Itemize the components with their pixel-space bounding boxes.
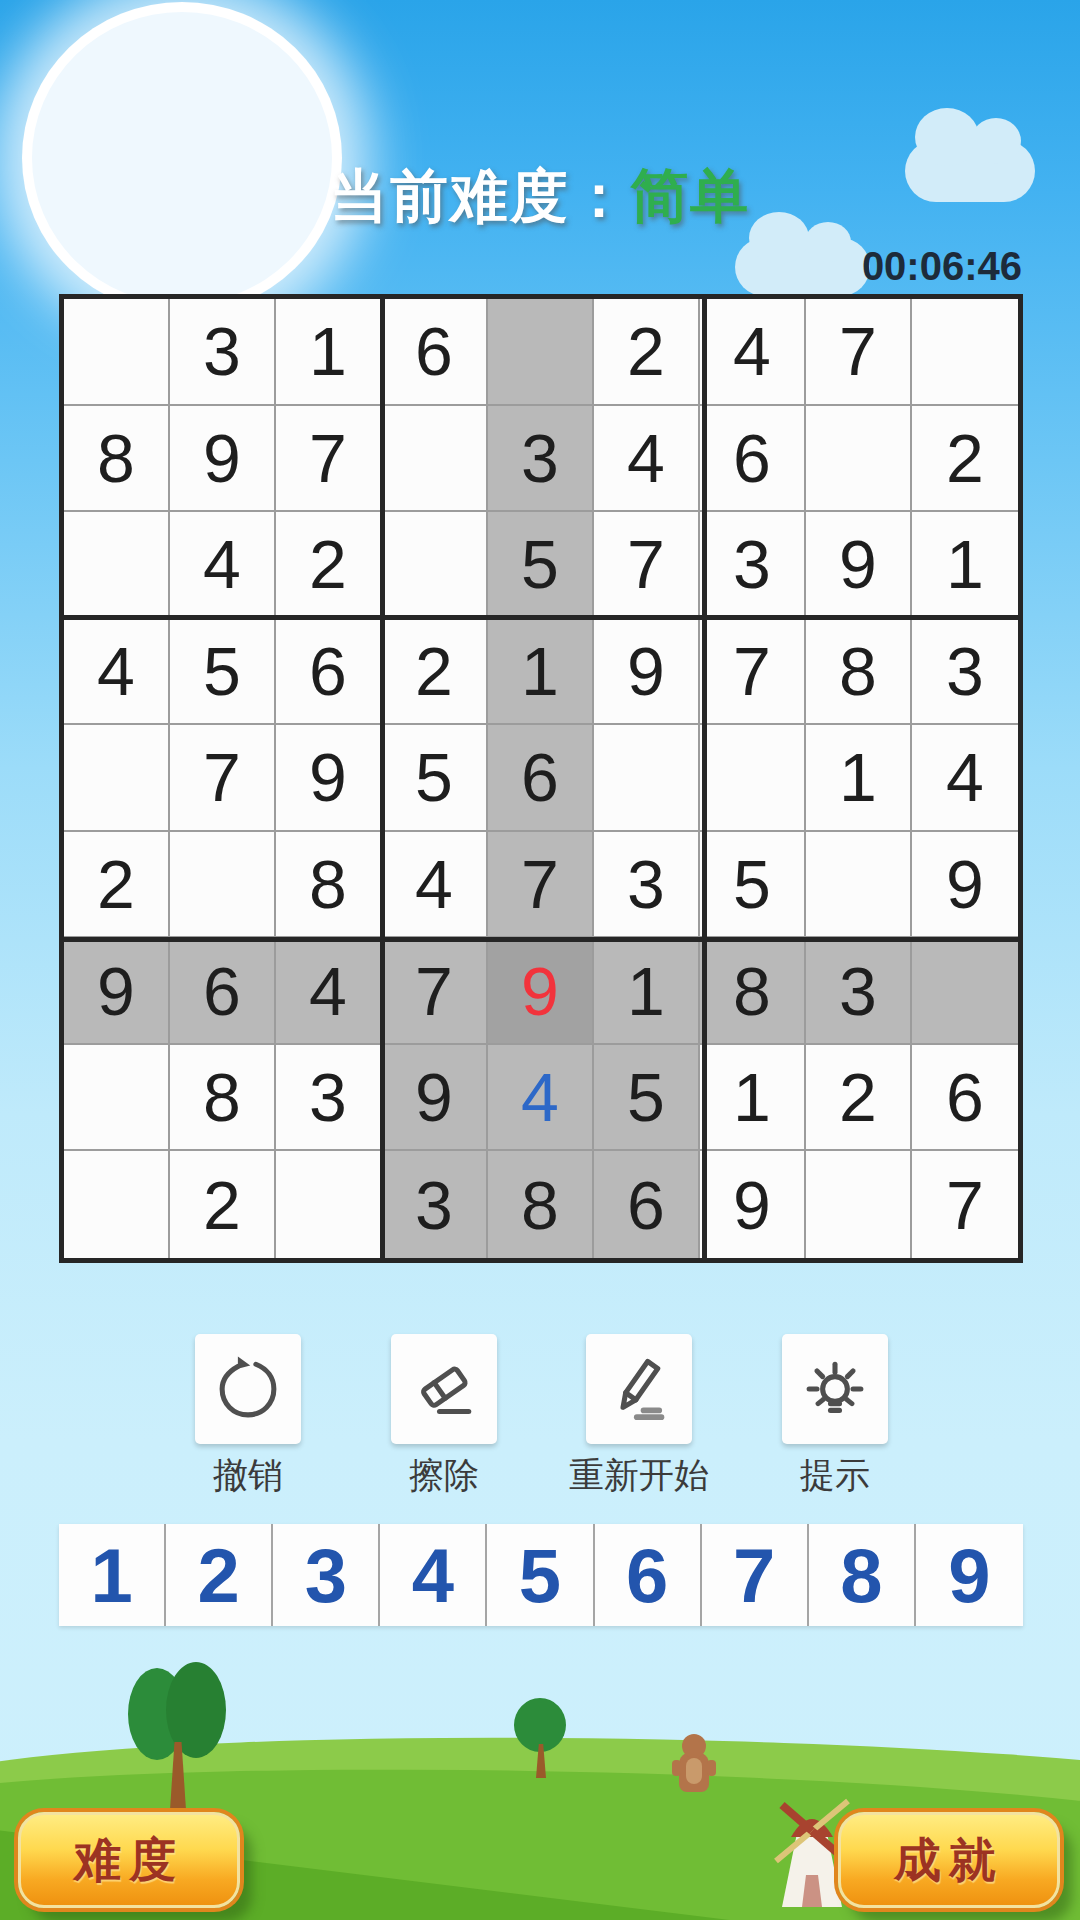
difficulty-button[interactable]: 难度 [18,1812,240,1908]
cell-r8c3[interactable]: 3 [276,1045,382,1152]
cell-r9c8[interactable] [806,1151,912,1258]
cell-r3c5[interactable]: 5 [488,512,594,619]
erase-button[interactable]: 擦除 [388,1334,500,1499]
cell-r7c6[interactable]: 1 [594,938,700,1045]
numpad-key-4[interactable]: 4 [380,1524,487,1626]
cell-r3c2[interactable]: 4 [170,512,276,619]
cell-r8c4[interactable]: 9 [382,1045,488,1152]
cell-r6c3[interactable]: 8 [276,832,382,939]
cell-r6c7[interactable]: 5 [700,832,806,939]
numpad-key-9[interactable]: 9 [916,1524,1023,1626]
cell-r3c6[interactable]: 7 [594,512,700,619]
achievement-button[interactable]: 成就 [838,1812,1060,1908]
sudoku-grid: 3162478973462425739145621978379561428473… [59,294,1023,1263]
cell-r2c1[interactable]: 8 [64,406,170,513]
cell-r1c7[interactable]: 4 [700,299,806,406]
cell-r5c1[interactable] [64,725,170,832]
cell-r3c7[interactable]: 3 [700,512,806,619]
cell-r9c6[interactable]: 6 [594,1151,700,1258]
cell-r3c4[interactable] [382,512,488,619]
cell-r7c3[interactable]: 4 [276,938,382,1045]
cell-r6c2[interactable] [170,832,276,939]
restart-label: 重新开始 [569,1452,709,1499]
cell-r5c4[interactable]: 5 [382,725,488,832]
cell-r9c4[interactable]: 3 [382,1151,488,1258]
cell-r4c5[interactable]: 1 [488,619,594,726]
cell-r5c8[interactable]: 1 [806,725,912,832]
big-tree [128,1662,228,1810]
cell-r1c8[interactable]: 7 [806,299,912,406]
numpad-key-6[interactable]: 6 [595,1524,702,1626]
cell-r2c6[interactable]: 4 [594,406,700,513]
undo-label: 撤销 [213,1452,283,1499]
cell-r8c6[interactable]: 5 [594,1045,700,1152]
cell-r8c5[interactable]: 4 [488,1045,594,1152]
cell-r6c4[interactable]: 4 [382,832,488,939]
box-divider [702,299,707,1258]
cell-r2c9[interactable]: 2 [912,406,1018,513]
undo-icon[interactable] [195,1334,301,1444]
cell-r1c1[interactable] [64,299,170,406]
cell-r4c1[interactable]: 4 [64,619,170,726]
cell-r5c9[interactable]: 4 [912,725,1018,832]
cell-r8c2[interactable]: 8 [170,1045,276,1152]
cell-r2c3[interactable]: 7 [276,406,382,513]
cell-r4c9[interactable]: 3 [912,619,1018,726]
numpad-key-3[interactable]: 3 [273,1524,380,1626]
cell-r4c7[interactable]: 7 [700,619,806,726]
box-divider [64,937,1018,942]
restart-button[interactable]: 重新开始 [583,1334,695,1499]
cell-r6c1[interactable]: 2 [64,832,170,939]
cell-r2c7[interactable]: 6 [700,406,806,513]
cell-r5c3[interactable]: 9 [276,725,382,832]
cell-r5c2[interactable]: 7 [170,725,276,832]
hint-label: 提示 [800,1452,870,1499]
cell-r3c3[interactable]: 2 [276,512,382,619]
eraser-icon[interactable] [391,1334,497,1444]
cell-r8c1[interactable] [64,1045,170,1152]
cell-r4c4[interactable]: 2 [382,619,488,726]
cell-r8c9[interactable]: 6 [912,1045,1018,1152]
cell-r9c2[interactable]: 2 [170,1151,276,1258]
cell-r3c8[interactable]: 9 [806,512,912,619]
cell-r2c5[interactable]: 3 [488,406,594,513]
cell-r5c5[interactable]: 6 [488,725,594,832]
cell-r7c9[interactable] [912,938,1018,1045]
numpad-key-2[interactable]: 2 [166,1524,273,1626]
cell-r7c1[interactable]: 9 [64,938,170,1045]
cell-r2c2[interactable]: 9 [170,406,276,513]
cell-r9c1[interactable] [64,1151,170,1258]
cell-r4c6[interactable]: 9 [594,619,700,726]
cell-r7c2[interactable]: 6 [170,938,276,1045]
marmot [672,1734,716,1792]
cell-r5c7[interactable] [700,725,806,832]
cell-r7c8[interactable]: 3 [806,938,912,1045]
cell-r8c8[interactable]: 2 [806,1045,912,1152]
cell-r7c5[interactable]: 9 [488,938,594,1045]
cell-r9c7[interactable]: 9 [700,1151,806,1258]
cell-r4c8[interactable]: 8 [806,619,912,726]
cell-r6c8[interactable] [806,832,912,939]
cell-r7c4[interactable]: 7 [382,938,488,1045]
timer: 00:06:46 [862,244,1022,289]
cloud [735,238,870,296]
cell-r4c2[interactable]: 5 [170,619,276,726]
cell-r1c6[interactable]: 2 [594,299,700,406]
cell-r4c3[interactable]: 6 [276,619,382,726]
cell-r1c2[interactable]: 3 [170,299,276,406]
undo-button[interactable]: 撤销 [192,1334,304,1499]
cell-r8c7[interactable]: 1 [700,1045,806,1152]
cell-r6c6[interactable]: 3 [594,832,700,939]
hint-button[interactable]: 提示 [779,1334,891,1499]
cell-r1c9[interactable] [912,299,1018,406]
numpad-key-7[interactable]: 7 [702,1524,809,1626]
difficulty-value: 简单 [630,163,750,228]
cell-r9c3[interactable] [276,1151,382,1258]
number-pad: 1 2 3 4 5 6 7 8 9 [59,1524,1023,1626]
erase-label: 擦除 [409,1452,479,1499]
cell-r5c6[interactable] [594,725,700,832]
box-divider [380,299,385,1258]
cell-r1c4[interactable]: 6 [382,299,488,406]
numpad-key-5[interactable]: 5 [487,1524,594,1626]
cell-r3c9[interactable]: 1 [912,512,1018,619]
cell-r9c5[interactable]: 8 [488,1151,594,1258]
cell-r6c5[interactable]: 7 [488,832,594,939]
cell-r2c8[interactable] [806,406,912,513]
cell-r1c3[interactable]: 1 [276,299,382,406]
small-tree [512,1698,570,1778]
restart-pencil-icon[interactable] [586,1334,692,1444]
page-title: 当前难度：简单 [0,158,1080,236]
cell-r9c9[interactable]: 7 [912,1151,1018,1258]
box-divider [64,615,1018,620]
cell-r1c5[interactable] [488,299,594,406]
hint-bulb-icon[interactable] [782,1334,888,1444]
title-prefix: 当前难度： [330,163,630,228]
cell-r3c1[interactable] [64,512,170,619]
cell-r7c7[interactable]: 8 [700,938,806,1045]
cell-r2c4[interactable] [382,406,488,513]
cell-r6c9[interactable]: 9 [912,832,1018,939]
numpad-key-8[interactable]: 8 [809,1524,916,1626]
numpad-key-1[interactable]: 1 [59,1524,166,1626]
